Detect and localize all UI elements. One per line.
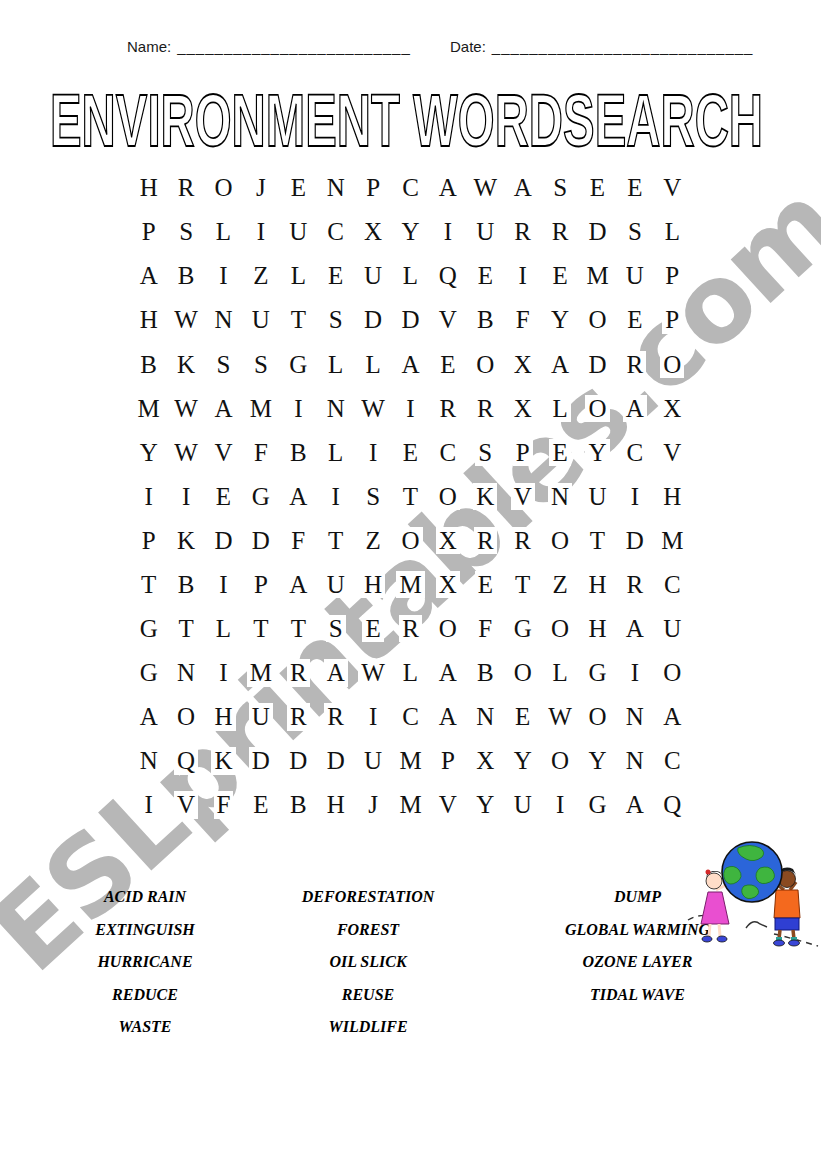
grid-letter: S xyxy=(326,615,346,643)
grid-cell: Q xyxy=(167,739,204,783)
grid-letter: O xyxy=(548,615,572,643)
grid-letter: A xyxy=(398,351,422,379)
grid-letter: W xyxy=(358,395,388,423)
grid-cell: M xyxy=(242,386,279,430)
grid-letter: Y xyxy=(585,747,609,775)
grid-letter: C xyxy=(324,218,347,246)
grid-letter: I xyxy=(366,439,380,467)
grid-letter: A xyxy=(436,659,460,687)
grid-letter: S xyxy=(251,351,271,379)
name-label: Name: xyxy=(127,38,171,55)
grid-cell: E xyxy=(467,563,504,607)
grid-letter: O xyxy=(211,174,235,202)
grid-cell: P xyxy=(429,739,466,783)
grid-cell: E xyxy=(541,254,578,298)
grid-letter: O xyxy=(436,483,460,511)
grid-cell: D xyxy=(317,739,354,783)
grid-letter: U xyxy=(324,571,348,599)
grid-cell: H xyxy=(205,695,242,739)
grid-cell: A xyxy=(616,783,653,827)
grid-letter: O xyxy=(398,527,422,555)
grid-cell: A xyxy=(280,474,317,518)
grid-letter: N xyxy=(174,659,198,687)
grid-letter: U xyxy=(249,306,273,334)
grid-cell: A xyxy=(429,651,466,695)
grid-letter: G xyxy=(286,351,310,379)
grid-letter: O xyxy=(548,527,572,555)
grid-letter: U xyxy=(473,218,497,246)
grid-cell: O xyxy=(504,651,541,695)
grid-cell: V xyxy=(167,783,204,827)
grid-cell: D xyxy=(354,298,391,342)
grid-cell: M xyxy=(392,563,429,607)
grid-letter: M xyxy=(658,527,686,555)
name-blank-line[interactable]: _________________________ xyxy=(177,38,411,55)
grid-cell: I xyxy=(205,254,242,298)
grid-cell: G xyxy=(130,607,167,651)
grid-cell: U xyxy=(354,254,391,298)
grid-cell: E xyxy=(616,298,653,342)
grid-letter: E xyxy=(587,174,608,202)
grid-letter: R xyxy=(474,527,497,555)
word-list-item: REDUCE xyxy=(55,980,235,1013)
grid-cell: R xyxy=(467,519,504,563)
grid-cell: W xyxy=(167,386,204,430)
grid-letter: E xyxy=(213,483,234,511)
grid-cell: U xyxy=(616,254,653,298)
grid-letter: F xyxy=(214,791,234,819)
grid-cell: V xyxy=(654,430,691,474)
grid-cell: D xyxy=(616,519,653,563)
grid-cell: I xyxy=(616,651,653,695)
grid-letter: T xyxy=(512,571,533,599)
grid-cell: N xyxy=(317,386,354,430)
grid-cell: V xyxy=(429,298,466,342)
grid-cell: D xyxy=(280,739,317,783)
grid-cell: O xyxy=(167,695,204,739)
grid-letter: H xyxy=(324,791,348,819)
grid-letter: U xyxy=(361,747,385,775)
grid-letter: L xyxy=(213,615,234,643)
grid-cell: N xyxy=(616,695,653,739)
grid-cell: A xyxy=(205,386,242,430)
grid-letter: U xyxy=(249,703,273,731)
grid-cell: I xyxy=(130,474,167,518)
grid-cell: C xyxy=(429,430,466,474)
grid-letter: G xyxy=(137,659,161,687)
grid-cell: O xyxy=(467,342,504,386)
grid-cell: L xyxy=(280,254,317,298)
grid-cell: Y xyxy=(467,783,504,827)
grid-letter: I xyxy=(216,659,230,687)
grid-letter: H xyxy=(137,306,161,334)
grid-cell: I xyxy=(205,651,242,695)
grid-cell: E xyxy=(429,342,466,386)
grid-letter: W xyxy=(470,174,500,202)
grid-letter: X xyxy=(511,395,535,423)
grid-cell: Q xyxy=(429,254,466,298)
grid-letter: N xyxy=(623,747,647,775)
grid-cell: A xyxy=(429,695,466,739)
grid-letter: H xyxy=(585,615,609,643)
grid-letter: I xyxy=(403,395,417,423)
grid-cell: W xyxy=(354,386,391,430)
grid-cell: A xyxy=(280,563,317,607)
grid-cell: P xyxy=(654,254,691,298)
grid-cell: Y xyxy=(130,430,167,474)
name-field-group: Name:_________________________ xyxy=(127,38,411,55)
grid-letter: L xyxy=(662,218,683,246)
grid-cell: R xyxy=(317,695,354,739)
grid-letter: R xyxy=(175,174,198,202)
grid-letter: E xyxy=(475,571,496,599)
grid-letter: D xyxy=(249,527,273,555)
word-column1: ACID RAINEXTINGUISHHURRICANEREDUCEWASTE xyxy=(55,882,235,1045)
grid-cell: I xyxy=(280,386,317,430)
grid-letter: A xyxy=(623,615,647,643)
grid-cell: T xyxy=(242,607,279,651)
grid-cell: Y xyxy=(504,739,541,783)
grid-cell: N xyxy=(167,651,204,695)
grid-letter: W xyxy=(545,703,575,731)
grid-cell: B xyxy=(467,298,504,342)
grid-letter: W xyxy=(171,439,201,467)
grid-cell: C xyxy=(392,695,429,739)
grid-letter: Q xyxy=(660,791,684,819)
grid-cell: O xyxy=(579,386,616,430)
grid-cell: O xyxy=(205,166,242,210)
date-blank-line[interactable]: ____________________________ xyxy=(492,38,754,55)
grid-cell: T xyxy=(317,519,354,563)
grid-letter: M xyxy=(396,571,424,599)
grid-cell: O xyxy=(541,739,578,783)
grid-cell: R xyxy=(504,519,541,563)
grid-letter: L xyxy=(400,659,421,687)
grid-cell: A xyxy=(504,166,541,210)
grid-cell: S xyxy=(467,430,504,474)
grid-letter: D xyxy=(286,747,310,775)
grid-cell: U xyxy=(280,210,317,254)
grid-letter: W xyxy=(171,395,201,423)
grid-cell: Y xyxy=(392,210,429,254)
grid-letter: N xyxy=(211,306,235,334)
grid-letter: I xyxy=(291,395,305,423)
grid-cell: S xyxy=(205,342,242,386)
grid-cell: L xyxy=(541,651,578,695)
grid-letter: N xyxy=(137,747,161,775)
grid-cell: U xyxy=(579,474,616,518)
grid-letter: E xyxy=(475,262,496,290)
grid-cell: T xyxy=(167,607,204,651)
grid-cell: T xyxy=(280,298,317,342)
grid-cell: J xyxy=(354,783,391,827)
word-list-item: WASTE xyxy=(55,1012,235,1045)
grid-cell: V xyxy=(205,430,242,474)
grid-letter: P xyxy=(662,306,682,334)
grid-cell: C xyxy=(392,166,429,210)
grid-letter: B xyxy=(474,306,497,334)
grid-letter: A xyxy=(137,262,161,290)
grid-cell: R xyxy=(616,563,653,607)
date-field-group: Date:____________________________ xyxy=(450,38,753,55)
grid-letter: S xyxy=(550,174,570,202)
grid-letter: P xyxy=(251,571,271,599)
grid-letter: R xyxy=(511,218,534,246)
grid-letter: X xyxy=(361,218,385,246)
grid-letter: T xyxy=(175,615,196,643)
grid-letter: I xyxy=(441,218,455,246)
grid-letter: N xyxy=(623,703,647,731)
grid-letter: A xyxy=(623,791,647,819)
grid-letter: M xyxy=(247,659,275,687)
grid-cell: O xyxy=(579,695,616,739)
grid-letter: S xyxy=(214,351,234,379)
grid-cell: J xyxy=(242,166,279,210)
grid-cell: P xyxy=(130,519,167,563)
grid-letter: T xyxy=(325,527,346,555)
grid-cell: B xyxy=(167,563,204,607)
grid-cell: C xyxy=(654,739,691,783)
page-title: ENVIRONMENT WORDSEARCH xyxy=(50,84,763,158)
grid-cell: R xyxy=(167,166,204,210)
grid-letter: F xyxy=(475,615,495,643)
grid-letter: U xyxy=(286,218,310,246)
grid-letter: D xyxy=(623,527,647,555)
grid-letter: L xyxy=(325,439,346,467)
grid-cell: E xyxy=(280,166,317,210)
grid-letter: H xyxy=(211,703,235,731)
grid-letter: T xyxy=(250,615,271,643)
grid-cell: O xyxy=(392,519,429,563)
grid-letter: X xyxy=(511,351,535,379)
grid-cell: H xyxy=(317,783,354,827)
grid-letter: Y xyxy=(473,791,497,819)
grid-letter: A xyxy=(211,395,235,423)
grid-letter: A xyxy=(324,659,348,687)
grid-cell: T xyxy=(392,474,429,518)
grid-cell: A xyxy=(541,342,578,386)
grid-cell: D xyxy=(242,739,279,783)
grid-letter: Y xyxy=(137,439,161,467)
grid-letter: U xyxy=(623,262,647,290)
grid-letter: P xyxy=(513,439,533,467)
grid-cell: R xyxy=(429,386,466,430)
word-list-item: OZONE LAYER xyxy=(535,947,740,980)
grid-cell: P xyxy=(504,430,541,474)
grid-cell: E xyxy=(616,166,653,210)
grid-cell: C xyxy=(616,430,653,474)
grid-cell: Y xyxy=(579,739,616,783)
grid-letter: U xyxy=(511,791,535,819)
grid-letter: D xyxy=(585,351,609,379)
grid-letter: R xyxy=(624,351,647,379)
grid-letter: T xyxy=(288,306,309,334)
grid-letter: G xyxy=(585,659,609,687)
grid-letter: X xyxy=(660,395,684,423)
grid-cell: P xyxy=(130,210,167,254)
grid-cell: D xyxy=(205,519,242,563)
word-list-item: WILDLIFE xyxy=(278,1012,458,1045)
grid-letter: H xyxy=(660,483,684,511)
grid-cell: L xyxy=(205,210,242,254)
word-list-item: REUSE xyxy=(278,980,458,1013)
grid-letter: U xyxy=(585,483,609,511)
grid-letter: O xyxy=(585,395,609,423)
grid-cell: X xyxy=(504,386,541,430)
grid-cell: Y xyxy=(579,430,616,474)
grid-cell: L xyxy=(541,386,578,430)
grid-letter: I xyxy=(216,262,230,290)
grid-cell: I xyxy=(354,695,391,739)
grid-letter: V xyxy=(174,791,198,819)
grid-cell: I xyxy=(616,474,653,518)
grid-letter: Y xyxy=(511,747,535,775)
grid-letter: D xyxy=(324,747,348,775)
grid-letter: O xyxy=(660,659,684,687)
grid-cell: E xyxy=(242,783,279,827)
grid-cell: M xyxy=(392,739,429,783)
grid-letter: I xyxy=(628,659,642,687)
grid-letter: R xyxy=(437,395,460,423)
grid-cell: I xyxy=(392,386,429,430)
grid-cell: X xyxy=(654,386,691,430)
grid-letter: E xyxy=(549,439,570,467)
grid-letter: E xyxy=(549,262,570,290)
grid-cell: U xyxy=(242,695,279,739)
grid-cell: I xyxy=(130,783,167,827)
grid-cell: W xyxy=(167,430,204,474)
grid-letter: G xyxy=(585,791,609,819)
grid-cell: U xyxy=(504,783,541,827)
grid-cell: M xyxy=(130,386,167,430)
grid-cell: A xyxy=(616,386,653,430)
grid-cell: N xyxy=(541,474,578,518)
grid-cell: G xyxy=(579,783,616,827)
word-list-item: EXTINGUISH xyxy=(55,915,235,948)
globe xyxy=(722,842,782,902)
grid-letter: L xyxy=(549,659,570,687)
grid-cell: A xyxy=(654,695,691,739)
grid-cell: K xyxy=(167,342,204,386)
grid-cell: G xyxy=(504,607,541,651)
grid-letter: E xyxy=(362,615,383,643)
grid-cell: F xyxy=(205,783,242,827)
grid-letter: R xyxy=(474,395,497,423)
grid-letter: E xyxy=(400,439,421,467)
grid-cell: G xyxy=(242,474,279,518)
grid-cell: H xyxy=(654,474,691,518)
grid-cell: P xyxy=(242,563,279,607)
grid-cell: C xyxy=(654,563,691,607)
grid-cell: I xyxy=(504,254,541,298)
grid-cell: F xyxy=(504,298,541,342)
grid-letter: E xyxy=(288,174,309,202)
grid-letter: B xyxy=(287,439,310,467)
grid-letter: P xyxy=(139,527,159,555)
grid-letter: D xyxy=(585,218,609,246)
grid-letter: R xyxy=(324,703,347,731)
grid-cell: E xyxy=(205,474,242,518)
grid-letter: I xyxy=(179,483,193,511)
grid-cell: N xyxy=(317,166,354,210)
grid-letter: L xyxy=(325,351,346,379)
grid-cell: X xyxy=(429,519,466,563)
grid-letter: R xyxy=(549,218,572,246)
grid-letter: M xyxy=(135,395,163,423)
grid-letter: G xyxy=(249,483,273,511)
word-column2: DEFORESTATIONFORESTOIL SLICKREUSEWILDLIF… xyxy=(278,882,458,1045)
grid-cell: B xyxy=(130,342,167,386)
grid-cell: P xyxy=(654,298,691,342)
grid-cell: R xyxy=(280,651,317,695)
grid-letter: H xyxy=(585,571,609,599)
grid-cell: R xyxy=(616,342,653,386)
grid-letter: I xyxy=(142,791,156,819)
grid-letter: M xyxy=(396,747,424,775)
grid-cell: S xyxy=(317,607,354,651)
grid-cell: O xyxy=(541,519,578,563)
grid-cell: E xyxy=(504,695,541,739)
worksheet-page: Name:_________________________ Date:____… xyxy=(0,0,821,1169)
grid-letter: S xyxy=(363,483,383,511)
grid-letter: L xyxy=(549,395,570,423)
grid-cell: X xyxy=(429,563,466,607)
grid-cell: V xyxy=(429,783,466,827)
grid-cell: R xyxy=(392,607,429,651)
grid-cell: B xyxy=(467,651,504,695)
grid-letter: O xyxy=(511,659,535,687)
grid-cell: T xyxy=(280,607,317,651)
grid-letter: A xyxy=(436,703,460,731)
grid-letter: S xyxy=(625,218,645,246)
grid-letter: O xyxy=(585,703,609,731)
word-list-item: ACID RAIN xyxy=(55,882,235,915)
grid-letter: A xyxy=(660,703,684,731)
grid-cell: N xyxy=(467,695,504,739)
grid-letter: M xyxy=(247,395,275,423)
grid-letter: L xyxy=(288,262,309,290)
grid-cell: A xyxy=(392,342,429,386)
grid-cell: R xyxy=(280,695,317,739)
grid-cell: Y xyxy=(541,298,578,342)
grid-cell: E xyxy=(392,430,429,474)
grid-letter: K xyxy=(473,483,497,511)
grid-letter: Y xyxy=(548,306,572,334)
grid-cell: S xyxy=(167,210,204,254)
grid-cell: L xyxy=(317,430,354,474)
grid-letter: X xyxy=(436,527,460,555)
grid-cell: M xyxy=(392,783,429,827)
grid-cell: A xyxy=(616,607,653,651)
grid-letter: D xyxy=(398,306,422,334)
grid-letter: N xyxy=(473,703,497,731)
grid-letter: P xyxy=(662,262,682,290)
grid-letter: H xyxy=(137,174,161,202)
grid-letter: X xyxy=(436,571,460,599)
grid-letter: L xyxy=(213,218,234,246)
grid-letter: D xyxy=(361,306,385,334)
grid-letter: C xyxy=(437,439,460,467)
grid-cell: F xyxy=(467,607,504,651)
grid-letter: V xyxy=(211,439,235,467)
grid-letter: P xyxy=(363,174,383,202)
grid-letter: R xyxy=(511,527,534,555)
grid-letter: Y xyxy=(585,439,609,467)
grid-cell: E xyxy=(467,254,504,298)
grid-cell: L xyxy=(654,210,691,254)
grid-cell: C xyxy=(317,210,354,254)
grid-cell: L xyxy=(354,342,391,386)
